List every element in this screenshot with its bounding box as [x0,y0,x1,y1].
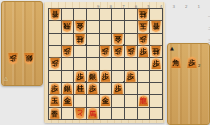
gote-piece-銀[interactable]: 銀 [24,53,34,64]
piece-kanji: 香 [153,21,160,30]
sente-piece-桂[interactable]: 桂 [75,83,85,94]
board-cell-3-1[interactable] [125,9,137,20]
board-cell-3-9[interactable] [125,108,137,119]
piece-kanji: 歩 [51,58,58,67]
piece-kanji: 桂 [153,46,160,55]
board-cell-7-8[interactable] [74,95,86,106]
board-cell-5-1[interactable] [100,9,112,20]
board-cell-4-1[interactable] [112,9,124,20]
sente-piece-歩[interactable]: 歩 [75,71,85,82]
sente-piece-stand: ▲ 角歩2 [167,43,210,125]
sente-piece-金[interactable]: 金 [100,95,110,106]
board-cell-3-7[interactable] [125,83,137,94]
piece-body: と [75,108,85,119]
piece-body: 歩 [100,46,110,57]
board-cell-1-5[interactable]: 歩 [150,58,162,69]
board-cell-7-5[interactable] [74,58,86,69]
board-cell-5-5[interactable] [100,58,112,69]
board-cell-1-6[interactable] [150,71,162,82]
gote-piece-玉[interactable]: 玉 [138,21,148,32]
board-cell-6-6[interactable]: 銀 [87,71,99,82]
board-cell-7-9[interactable]: と [74,108,86,119]
hoshi-dot [123,81,125,83]
board-cell-1-3[interactable] [150,34,162,45]
board-cell-8-7[interactable]: 銀 [62,83,74,94]
board-cell-5-3[interactable] [100,34,112,45]
board-cell-9-5[interactable]: 歩 [49,58,61,69]
shogi-board-panel: 987654321 一二三四五六七八九 香桂飛金玉香桂金歩歩歩歩歩歩桂歩歩歩銀歩… [44,2,165,123]
piece-kanji: 歩 [115,85,122,94]
board-cell-8-9[interactable] [62,108,74,119]
board-cell-5-2[interactable] [100,21,112,32]
board-cell-6-8[interactable] [87,95,99,106]
hand-count: 2 [198,64,201,68]
file-label: 1 [193,4,206,9]
board-cell-8-8[interactable]: 金 [62,95,74,106]
file-label: 3 [167,4,180,9]
gote-piece-桂[interactable]: 桂 [151,46,161,57]
board-cell-4-3[interactable]: 金 [112,34,124,45]
gote-piece-桂[interactable]: 桂 [75,34,85,45]
gote-piece-歩[interactable]: 歩 [100,46,110,57]
board-cell-1-1[interactable] [150,9,162,20]
piece-kanji: 金 [64,97,71,106]
piece-kanji: 香 [51,9,58,18]
gote-piece-金[interactable]: 金 [75,21,85,32]
board-cell-1-8[interactable] [150,95,162,106]
piece-kanji: 歩 [140,34,147,43]
hoshi-dot [85,81,87,83]
piece-body: 歩 [62,46,72,57]
board-cell-1-4[interactable]: 桂 [150,46,162,57]
board-cell-3-5[interactable] [125,58,137,69]
board-cell-9-8[interactable]: 玉 [49,95,61,106]
piece-kanji: 歩 [102,46,109,55]
piece-kanji: 桂 [140,9,147,18]
sente-piece-馬[interactable]: 馬 [88,108,98,119]
rank-label: 一 [207,10,210,22]
board-cell-6-9[interactable]: 馬 [87,108,99,119]
piece-kanji: 歩 [127,73,134,82]
board-cell-5-6[interactable]: 歩 [100,71,112,82]
board-cell-1-9[interactable] [150,108,162,119]
piece-body: 香 [151,21,161,32]
piece-body: 桂 [151,46,161,57]
board-cell-9-7[interactable]: 歩 [49,83,61,94]
board-cell-7-7[interactable]: 桂 [74,83,86,94]
piece-body: 歩 [187,57,197,68]
board-cell-3-6[interactable]: 歩 [125,71,137,82]
board-cell-4-8[interactable] [112,95,124,106]
board-cell-9-3[interactable] [49,34,61,45]
board-cell-3-4[interactable]: 歩 [125,46,137,57]
board-cell-2-5[interactable] [138,58,150,69]
piece-kanji: 金 [77,21,84,30]
sente-marker-icon: ▲ [170,46,174,51]
board-cell-2-2[interactable]: 玉 [138,21,150,32]
piece-kanji: 歩 [89,85,96,94]
board-cell-9-1[interactable]: 香 [49,9,61,20]
sente-piece-歩[interactable]: 歩 [126,71,136,82]
sente-piece-玉[interactable]: 玉 [50,95,60,106]
piece-body: 歩 [100,71,110,82]
board-cell-2-1[interactable]: 桂 [138,9,150,20]
piece-body: 歩 [126,46,136,57]
piece-body: 銀 [24,53,34,64]
board-cell-5-7[interactable] [100,83,112,94]
gote-piece-飛[interactable]: 飛 [62,21,72,32]
piece-body: 玉 [138,21,148,32]
gote-piece-歩[interactable]: 歩 [126,46,136,57]
board-cell-2-3[interactable]: 歩 [138,34,150,45]
board-cell-7-3[interactable]: 桂 [74,34,86,45]
piece-body: 歩 [50,58,60,69]
piece-body: 歩 [113,83,123,94]
sente-piece-銀[interactable]: 銀 [62,83,72,94]
hoshi-dot [85,44,87,46]
board-cell-4-5[interactable] [112,58,124,69]
piece-kanji: 銀 [89,73,96,82]
piece-body: 金 [75,21,85,32]
board-cell-8-6[interactable] [62,71,74,82]
board-cell-5-8[interactable]: 金 [100,95,112,106]
piece-kanji: 馬 [89,110,96,119]
gote-piece-歩[interactable]: 歩 [113,46,123,57]
piece-kanji: 角 [173,59,180,68]
piece-body: 桂 [75,83,85,94]
piece-kanji: 歩 [115,46,122,55]
board-cell-5-9[interactable] [100,108,112,119]
board-cell-4-2[interactable] [112,21,124,32]
gote-piece-香[interactable]: 香 [151,21,161,32]
board-cell-4-4[interactable]: 歩 [112,46,124,57]
sente-piece-歩[interactable]: 歩 [187,57,197,68]
board-cell-7-2[interactable]: 金 [74,21,86,32]
piece-body: 金 [100,95,110,106]
board-cell-7-1[interactable] [74,9,86,20]
piece-kanji: 桂 [77,85,84,94]
piece-kanji: 歩 [64,46,71,55]
sente-hand-pieces: 角歩2 [171,57,201,68]
piece-body: 銀 [88,71,98,82]
piece-kanji: 香 [51,110,58,119]
gote-piece-金[interactable]: 金 [113,34,123,45]
piece-body: 歩 [126,71,136,82]
gote-piece-歩[interactable]: 歩 [62,46,72,57]
piece-kanji: 歩 [189,59,196,68]
piece-body: 歩 [113,46,123,57]
piece-kanji: 玉 [51,97,58,106]
gote-piece-と[interactable]: と [75,108,85,119]
board-cell-4-7[interactable]: 歩 [112,83,124,94]
board-cell-6-1[interactable] [87,9,99,20]
gote-marker-icon: △ [4,76,8,81]
board-cell-2-4[interactable]: 歩 [138,46,150,57]
board-cell-1-7[interactable] [150,83,162,94]
piece-kanji: 金 [102,97,109,106]
board-cell-9-6[interactable] [49,71,61,82]
board-cell-8-1[interactable] [62,9,74,20]
piece-body: 歩 [138,46,148,57]
piece-body: 歩 [8,53,18,64]
board-cell-9-2[interactable] [49,21,61,32]
piece-kanji: 飛 [64,21,71,30]
piece-kanji: 銀 [64,85,71,94]
board-cell-8-3[interactable] [62,34,74,45]
board-cell-6-2[interactable] [87,21,99,32]
board-cell-7-4[interactable] [74,46,86,57]
piece-body: 歩 [75,71,85,82]
sente-piece-金[interactable]: 金 [62,95,72,106]
piece-kanji: 歩 [77,73,84,82]
piece-body: 馬 [88,108,98,119]
hand-slot: 角 [171,57,181,68]
board-cell-6-7[interactable]: 歩 [87,83,99,94]
board-cell-1-2[interactable]: 香 [150,21,162,32]
gote-piece-歩[interactable]: 歩 [50,58,60,69]
sente-piece-歩[interactable]: 歩 [113,83,123,94]
gote-piece-歩[interactable]: 歩 [8,53,18,64]
board-cell-8-5[interactable] [62,58,74,69]
piece-body: 香 [50,9,60,20]
hand-slot: 歩 [8,53,18,64]
shogi-app: 歩銀 △ 987654321 一二三四五六七八九 香桂飛金玉香桂金歩歩歩歩歩歩桂… [0,0,210,125]
piece-body: 角 [171,57,181,68]
gote-hand-pieces: 歩銀 [8,53,34,64]
board-cell-2-9[interactable] [138,108,150,119]
hand-slot: 歩2 [187,57,201,68]
piece-body: 歩 [50,83,60,94]
gote-piece-桂[interactable]: 桂 [138,9,148,20]
sente-piece-歩[interactable]: 歩 [100,71,110,82]
piece-kanji: と [77,108,84,117]
board-cell-6-5[interactable] [87,58,99,69]
board-cell-8-2[interactable]: 飛 [62,21,74,32]
piece-body: 桂 [75,34,85,45]
piece-kanji: 歩 [51,85,58,94]
piece-body: 香 [50,108,60,119]
sente-piece-香[interactable]: 香 [50,108,60,119]
file-label: 2 [180,4,193,9]
board-cell-4-6[interactable] [112,71,124,82]
board-cell-8-4[interactable]: 歩 [62,46,74,57]
board-cell-2-8[interactable]: 龍 [138,95,150,106]
board-cell-5-4[interactable]: 歩 [100,46,112,57]
piece-body: 桂 [138,9,148,20]
sente-piece-龍[interactable]: 龍 [138,95,148,106]
piece-body: 飛 [62,21,72,32]
board-cell-3-3[interactable] [125,34,137,45]
board-cell-3-8[interactable] [125,95,137,106]
piece-body: 歩 [151,58,161,69]
hoshi-dot [123,44,125,46]
piece-body: 歩 [88,83,98,94]
piece-body: 金 [113,34,123,45]
board-cell-7-6[interactable]: 歩 [74,71,86,82]
piece-kanji: 桂 [77,34,84,43]
board-cell-2-7[interactable] [138,83,150,94]
board-cell-6-4[interactable] [87,46,99,57]
piece-body: 金 [62,95,72,106]
piece-kanji: 歩 [153,60,160,69]
piece-kanji: 銀 [26,53,33,62]
piece-body: 龍 [138,95,148,106]
sente-piece-角[interactable]: 角 [171,57,181,68]
piece-kanji: 金 [115,34,122,43]
piece-body: 歩 [138,34,148,45]
board-cell-9-4[interactable] [49,46,61,57]
piece-kanji: 歩 [102,73,109,82]
sente-piece-歩[interactable]: 歩 [88,83,98,94]
board-grid: 香桂飛金玉香桂金歩歩歩歩歩歩桂歩歩歩銀歩歩歩銀桂歩歩玉金金龍香と馬 [48,8,163,120]
piece-kanji: 歩 [10,53,17,62]
sente-piece-銀[interactable]: 銀 [88,71,98,82]
board-cell-9-9[interactable]: 香 [49,108,61,119]
rank-label: 二 [207,22,210,34]
piece-kanji: 歩 [127,46,134,55]
sente-piece-歩[interactable]: 歩 [151,58,161,69]
hand-slot: 銀 [24,53,34,64]
sente-piece-歩[interactable]: 歩 [50,83,60,94]
gote-piece-香[interactable]: 香 [50,9,60,20]
piece-kanji: 歩 [140,48,147,57]
board-cell-3-2[interactable] [125,21,137,32]
gote-piece-歩[interactable]: 歩 [138,34,148,45]
sente-piece-歩[interactable]: 歩 [138,46,148,57]
piece-body: 銀 [62,83,72,94]
board-cell-4-9[interactable] [112,108,124,119]
piece-kanji: 龍 [140,97,147,106]
gote-piece-stand: 歩銀 △ [1,1,43,86]
piece-kanji: 玉 [140,21,147,30]
board-cell-2-6[interactable] [138,71,150,82]
board-cell-6-3[interactable] [87,34,99,45]
piece-body: 玉 [50,95,60,106]
